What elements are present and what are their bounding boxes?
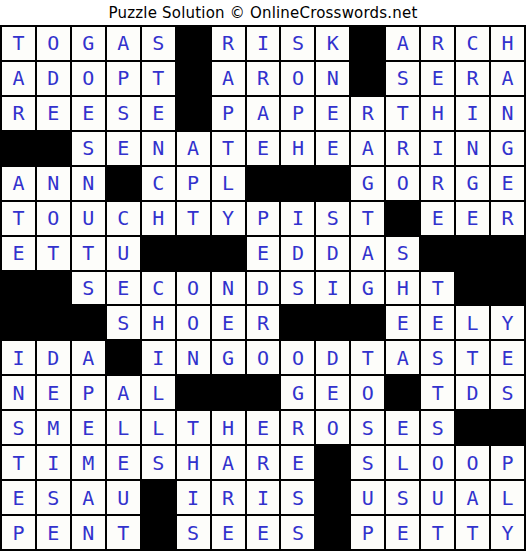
cell-r2c4: P (107, 62, 140, 95)
black-cell-r4c2 (37, 132, 70, 165)
black-cell-r7c6 (177, 237, 210, 270)
cell-r15c12: E (386, 516, 419, 549)
cell-r8c6: O (177, 272, 210, 305)
cell-r3c13: H (421, 97, 454, 130)
cell-r6c7: Y (212, 202, 245, 235)
cell-r11c4: A (107, 376, 140, 409)
black-cell-r1c11 (351, 27, 384, 60)
cell-r10c9: O (281, 341, 314, 374)
cell-r13c7: A (212, 446, 245, 479)
cell-r3c8: A (247, 97, 280, 130)
cell-r8c4: E (107, 272, 140, 305)
cell-r4c10: E (316, 132, 349, 165)
cell-r14c8: I (247, 481, 280, 514)
cell-r10c3: A (72, 341, 105, 374)
cell-r11c2: E (37, 376, 70, 409)
black-cell-r11c12 (386, 376, 419, 409)
cell-r11c1: N (2, 376, 35, 409)
cell-r2c12: S (386, 62, 419, 95)
cell-r7c2: T (37, 237, 70, 270)
cell-r2c10: N (316, 62, 349, 95)
cell-r10c6: N (177, 341, 210, 374)
cell-r10c2: D (37, 341, 70, 374)
cell-r12c3: E (72, 411, 105, 444)
cell-r3c14: I (456, 97, 489, 130)
black-cell-r11c8 (247, 376, 280, 409)
cell-r5c15: E (491, 167, 524, 200)
cell-r4c15: G (491, 132, 524, 165)
black-cell-r15c5 (142, 516, 175, 549)
cell-r1c1: T (2, 27, 35, 60)
cell-r4c11: A (351, 132, 384, 165)
cell-r10c7: G (212, 341, 245, 374)
cell-r3c11: R (351, 97, 384, 130)
cell-r4c8: E (247, 132, 280, 165)
black-cell-r7c5 (142, 237, 175, 270)
cell-r3c1: R (2, 97, 35, 130)
cell-r1c13: R (421, 27, 454, 60)
cell-r6c8: P (247, 202, 280, 235)
cell-r10c14: T (456, 341, 489, 374)
cell-r1c12: A (386, 27, 419, 60)
cell-r12c12: E (386, 411, 419, 444)
cell-r5c3: N (72, 167, 105, 200)
black-cell-r10c4 (107, 341, 140, 374)
cell-r12c13: S (421, 411, 454, 444)
cell-r6c9: I (281, 202, 314, 235)
black-cell-r13c10 (316, 446, 349, 479)
cell-r7c9: D (281, 237, 314, 270)
cell-r3c5: E (142, 97, 175, 130)
cell-r12c11: S (351, 411, 384, 444)
cell-r6c1: T (2, 202, 35, 235)
cell-r11c14: D (456, 376, 489, 409)
black-cell-r2c11 (351, 62, 384, 95)
cell-r13c4: E (107, 446, 140, 479)
black-cell-r7c14 (456, 237, 489, 270)
cell-r6c15: R (491, 202, 524, 235)
cell-r15c7: E (212, 516, 245, 549)
black-cell-r15c10 (316, 516, 349, 549)
cell-r12c8: E (247, 411, 280, 444)
cell-r7c4: U (107, 237, 140, 270)
cell-r10c13: S (421, 341, 454, 374)
cell-r1c5: S (142, 27, 175, 60)
cell-r1c10: K (316, 27, 349, 60)
black-cell-r7c15 (491, 237, 524, 270)
cell-r9c12: E (386, 306, 419, 339)
black-cell-r8c14 (456, 272, 489, 305)
cell-r12c2: M (37, 411, 70, 444)
cell-r15c11: P (351, 516, 384, 549)
cell-r12c9: R (281, 411, 314, 444)
cell-r4c3: S (72, 132, 105, 165)
cell-r8c10: I (316, 272, 349, 305)
cell-r3c3: E (72, 97, 105, 130)
cell-r13c13: O (421, 446, 454, 479)
cell-r12c7: H (212, 411, 245, 444)
cell-r15c14: T (456, 516, 489, 549)
cell-r3c12: T (386, 97, 419, 130)
cell-r10c10: D (316, 341, 349, 374)
cell-r8c9: S (281, 272, 314, 305)
black-cell-r5c10 (316, 167, 349, 200)
cell-r8c12: H (386, 272, 419, 305)
cell-r5c11: G (351, 167, 384, 200)
cell-r1c9: S (281, 27, 314, 60)
black-cell-r11c7 (212, 376, 245, 409)
cell-r14c15: L (491, 481, 524, 514)
cell-r13c8: R (247, 446, 280, 479)
black-cell-r7c13 (421, 237, 454, 270)
cell-r3c2: E (37, 97, 70, 130)
black-cell-r8c15 (491, 272, 524, 305)
cell-r1c2: O (37, 27, 70, 60)
black-cell-r12c14 (456, 411, 489, 444)
cell-r1c8: I (247, 27, 280, 60)
cell-r5c13: R (421, 167, 454, 200)
black-cell-r14c10 (316, 481, 349, 514)
cell-r2c14: R (456, 62, 489, 95)
cell-r6c3: U (72, 202, 105, 235)
cell-r2c15: A (491, 62, 524, 95)
cell-r7c3: T (72, 237, 105, 270)
black-cell-r9c1 (2, 306, 35, 339)
cell-r1c3: G (72, 27, 105, 60)
cell-r15c2: E (37, 516, 70, 549)
cell-r14c4: U (107, 481, 140, 514)
cell-r13c15: P (491, 446, 524, 479)
cell-r7c8: E (247, 237, 280, 270)
cell-r14c2: S (37, 481, 70, 514)
cell-r7c11: A (351, 237, 384, 270)
cell-r3c7: P (212, 97, 245, 130)
cell-r15c3: N (72, 516, 105, 549)
cell-r5c2: N (37, 167, 70, 200)
cell-r6c2: O (37, 202, 70, 235)
page-title: Puzzle Solution © OnlineCrosswords.net (0, 0, 526, 25)
cell-r13c6: H (177, 446, 210, 479)
cell-r13c11: S (351, 446, 384, 479)
black-cell-r9c9 (281, 306, 314, 339)
black-cell-r9c10 (316, 306, 349, 339)
cell-r9c5: H (142, 306, 175, 339)
cell-r8c13: T (421, 272, 454, 305)
cell-r15c1: P (2, 516, 35, 549)
cell-r4c13: I (421, 132, 454, 165)
cell-r10c5: I (142, 341, 175, 374)
black-cell-r1c6 (177, 27, 210, 60)
cell-r4c9: H (281, 132, 314, 165)
black-cell-r11c6 (177, 376, 210, 409)
black-cell-r12c15 (491, 411, 524, 444)
cell-r2c13: E (421, 62, 454, 95)
cell-r4c4: E (107, 132, 140, 165)
cell-r14c9: S (281, 481, 314, 514)
cell-r9c15: Y (491, 306, 524, 339)
cell-r2c1: A (2, 62, 35, 95)
black-cell-r6c12 (386, 202, 419, 235)
cell-r6c11: T (351, 202, 384, 235)
black-cell-r4c1 (2, 132, 35, 165)
cell-r11c15: S (491, 376, 524, 409)
cell-r15c4: T (107, 516, 140, 549)
cell-r11c13: T (421, 376, 454, 409)
cell-r15c6: S (177, 516, 210, 549)
black-cell-r5c9 (281, 167, 314, 200)
cell-r8c5: C (142, 272, 175, 305)
cell-r15c15: Y (491, 516, 524, 549)
puzzle-solution-page: Puzzle Solution © OnlineCrosswords.net T… (0, 0, 526, 551)
cell-r12c5: L (142, 411, 175, 444)
cell-r4c14: N (456, 132, 489, 165)
cell-r15c9: S (281, 516, 314, 549)
cell-r13c3: M (72, 446, 105, 479)
cell-r7c1: E (2, 237, 35, 270)
black-cell-r5c8 (247, 167, 280, 200)
cell-r13c14: O (456, 446, 489, 479)
black-cell-r7c7 (212, 237, 245, 270)
cell-r1c15: H (491, 27, 524, 60)
cell-r2c3: O (72, 62, 105, 95)
cell-r6c5: H (142, 202, 175, 235)
black-cell-r2c6 (177, 62, 210, 95)
cell-r13c9: E (281, 446, 314, 479)
cell-r6c13: E (421, 202, 454, 235)
cell-r5c1: A (2, 167, 35, 200)
cell-r2c5: T (142, 62, 175, 95)
cell-r3c9: P (281, 97, 314, 130)
cell-r13c1: T (2, 446, 35, 479)
cell-r15c13: T (421, 516, 454, 549)
cell-r12c6: T (177, 411, 210, 444)
cell-r5c14: G (456, 167, 489, 200)
cell-r1c7: R (212, 27, 245, 60)
cell-r14c6: I (177, 481, 210, 514)
cell-r12c10: O (316, 411, 349, 444)
cell-r6c10: S (316, 202, 349, 235)
cell-r9c4: S (107, 306, 140, 339)
cell-r9c6: O (177, 306, 210, 339)
cell-r11c9: G (281, 376, 314, 409)
cell-r5c12: O (386, 167, 419, 200)
cell-r7c10: D (316, 237, 349, 270)
cell-r9c13: E (421, 306, 454, 339)
cell-r1c4: A (107, 27, 140, 60)
cell-r4c7: T (212, 132, 245, 165)
cell-r11c3: P (72, 376, 105, 409)
cell-r2c9: O (281, 62, 314, 95)
cell-r13c2: I (37, 446, 70, 479)
cell-r5c5: C (142, 167, 175, 200)
cell-r6c6: T (177, 202, 210, 235)
cell-r6c14: E (456, 202, 489, 235)
cell-r8c8: D (247, 272, 280, 305)
cell-r11c11: O (351, 376, 384, 409)
cell-r10c8: O (247, 341, 280, 374)
cell-r10c1: I (2, 341, 35, 374)
black-cell-r9c3 (72, 306, 105, 339)
cell-r6c4: C (107, 202, 140, 235)
cell-r8c7: N (212, 272, 245, 305)
cell-r13c5: S (142, 446, 175, 479)
cell-r2c8: R (247, 62, 280, 95)
cell-r4c12: R (386, 132, 419, 165)
cell-r12c4: L (107, 411, 140, 444)
cell-r14c1: E (2, 481, 35, 514)
cell-r9c14: L (456, 306, 489, 339)
cell-r5c7: L (212, 167, 245, 200)
cell-r4c5: N (142, 132, 175, 165)
cell-r1c14: C (456, 27, 489, 60)
black-cell-r14c5 (142, 481, 175, 514)
cell-r15c8: E (247, 516, 280, 549)
cell-r14c13: U (421, 481, 454, 514)
cell-r11c10: E (316, 376, 349, 409)
cell-r13c12: L (386, 446, 419, 479)
cell-r3c4: S (107, 97, 140, 130)
cell-r10c15: E (491, 341, 524, 374)
crossword-grid: TOGASRISKARCHADOPTARONSERAREESEPAPERTHIN… (0, 25, 526, 551)
cell-r8c11: G (351, 272, 384, 305)
cell-r3c10: E (316, 97, 349, 130)
black-cell-r8c1 (2, 272, 35, 305)
cell-r2c7: A (212, 62, 245, 95)
cell-r14c7: R (212, 481, 245, 514)
cell-r9c7: E (212, 306, 245, 339)
cell-r10c11: T (351, 341, 384, 374)
black-cell-r9c11 (351, 306, 384, 339)
black-cell-r5c4 (107, 167, 140, 200)
cell-r2c2: D (37, 62, 70, 95)
cell-r3c15: N (491, 97, 524, 130)
cell-r5c6: P (177, 167, 210, 200)
cell-r11c5: L (142, 376, 175, 409)
cell-r14c12: S (386, 481, 419, 514)
black-cell-r3c6 (177, 97, 210, 130)
cell-r8c3: S (72, 272, 105, 305)
cell-r12c1: S (2, 411, 35, 444)
cell-r9c8: R (247, 306, 280, 339)
black-cell-r9c2 (37, 306, 70, 339)
cell-r14c11: U (351, 481, 384, 514)
cell-r14c3: A (72, 481, 105, 514)
cell-r10c12: A (386, 341, 419, 374)
black-cell-r8c2 (37, 272, 70, 305)
cell-r14c14: A (456, 481, 489, 514)
cell-r7c12: S (386, 237, 419, 270)
cell-r4c6: A (177, 132, 210, 165)
